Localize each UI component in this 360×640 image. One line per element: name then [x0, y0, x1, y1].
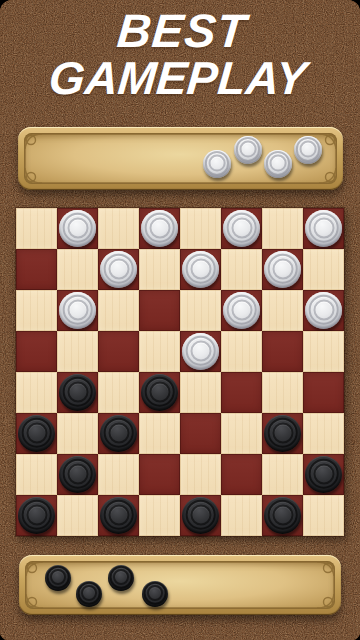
square-r2c4[interactable]	[180, 290, 221, 331]
piece-ring-inner	[50, 569, 66, 585]
black-piece[interactable]	[141, 374, 178, 411]
piece-ring-inner	[313, 463, 334, 484]
piece-ring-inner	[67, 463, 88, 484]
square-r7c4[interactable]	[180, 495, 221, 536]
square-r7c0[interactable]	[16, 495, 57, 536]
square-r5c4[interactable]	[180, 413, 221, 454]
square-r1c1[interactable]	[57, 249, 98, 290]
square-r6c2[interactable]	[98, 454, 139, 495]
square-r6c3[interactable]	[139, 454, 180, 495]
captured-white-piece	[234, 136, 262, 164]
square-r7c6[interactable]	[262, 495, 303, 536]
black-piece[interactable]	[264, 497, 301, 534]
square-r1c2[interactable]	[98, 249, 139, 290]
square-r4c1[interactable]	[57, 372, 98, 413]
piece-ring-inner	[113, 569, 129, 585]
square-r3c7[interactable]	[303, 331, 344, 372]
captured-black-piece	[76, 581, 102, 607]
title-line-2: GAMEPLAY	[0, 55, 360, 102]
game-title: BEST GAMEPLAY	[0, 6, 360, 102]
square-r4c6[interactable]	[262, 372, 303, 413]
white-piece[interactable]	[223, 210, 260, 247]
white-piece[interactable]	[305, 210, 342, 247]
piece-ring-inner	[26, 422, 47, 443]
white-piece[interactable]	[305, 292, 342, 329]
square-r2c6[interactable]	[262, 290, 303, 331]
square-r0c0[interactable]	[16, 208, 57, 249]
white-piece[interactable]	[182, 251, 219, 288]
piece-ring-inner	[108, 504, 129, 525]
white-piece[interactable]	[141, 210, 178, 247]
square-r7c2[interactable]	[98, 495, 139, 536]
square-r1c5[interactable]	[221, 249, 262, 290]
square-r0c4[interactable]	[180, 208, 221, 249]
white-piece[interactable]	[59, 292, 96, 329]
square-r2c7[interactable]	[303, 290, 344, 331]
square-r2c3[interactable]	[139, 290, 180, 331]
white-piece[interactable]	[264, 251, 301, 288]
piece-ring-inner	[108, 258, 129, 279]
square-r5c2[interactable]	[98, 413, 139, 454]
white-piece[interactable]	[223, 292, 260, 329]
piece-ring-inner	[313, 299, 334, 320]
black-piece[interactable]	[59, 456, 96, 493]
square-r5c0[interactable]	[16, 413, 57, 454]
piece-ring-inner	[272, 258, 293, 279]
square-r2c0[interactable]	[16, 290, 57, 331]
piece-ring-inner	[240, 141, 257, 158]
white-piece[interactable]	[100, 251, 137, 288]
piece-ring-inner	[149, 381, 170, 402]
piece-ring-inner	[313, 217, 334, 238]
black-piece[interactable]	[264, 415, 301, 452]
captured-white-piece	[203, 150, 231, 178]
piece-ring-inner	[81, 585, 97, 601]
square-r3c5[interactable]	[221, 331, 262, 372]
white-piece[interactable]	[182, 333, 219, 370]
square-r0c5[interactable]	[221, 208, 262, 249]
captured-white-piece	[264, 150, 292, 178]
piece-ring-inner	[67, 217, 88, 238]
black-piece[interactable]	[305, 456, 342, 493]
square-r1c0[interactable]	[16, 249, 57, 290]
square-r6c1[interactable]	[57, 454, 98, 495]
square-r0c7[interactable]	[303, 208, 344, 249]
square-r0c6[interactable]	[262, 208, 303, 249]
black-piece[interactable]	[100, 497, 137, 534]
square-r4c0[interactable]	[16, 372, 57, 413]
black-piece[interactable]	[100, 415, 137, 452]
square-r7c1[interactable]	[57, 495, 98, 536]
tray-parchment	[25, 561, 335, 609]
piece-ring-inner	[108, 422, 129, 443]
square-r7c3[interactable]	[139, 495, 180, 536]
square-r5c3[interactable]	[139, 413, 180, 454]
square-r4c4[interactable]	[180, 372, 221, 413]
piece-ring-inner	[190, 504, 211, 525]
piece-ring-inner	[270, 155, 287, 172]
black-piece[interactable]	[182, 497, 219, 534]
captured-black-piece	[108, 565, 134, 591]
captured-tray-black	[19, 555, 341, 615]
captured-tray-white	[18, 127, 343, 190]
square-r6c0[interactable]	[16, 454, 57, 495]
square-r3c0[interactable]	[16, 331, 57, 372]
square-r3c4[interactable]	[180, 331, 221, 372]
square-r7c7[interactable]	[303, 495, 344, 536]
captured-white-piece	[294, 136, 322, 164]
black-piece[interactable]	[59, 374, 96, 411]
black-piece[interactable]	[18, 497, 55, 534]
captured-black-piece	[45, 565, 71, 591]
square-r3c6[interactable]	[262, 331, 303, 372]
piece-ring-inner	[147, 585, 163, 601]
square-r4c5[interactable]	[221, 372, 262, 413]
app-screen: BEST GAMEPLAY	[0, 0, 360, 640]
square-r1c4[interactable]	[180, 249, 221, 290]
black-piece[interactable]	[18, 415, 55, 452]
white-piece[interactable]	[59, 210, 96, 247]
square-r4c3[interactable]	[139, 372, 180, 413]
square-r3c3[interactable]	[139, 331, 180, 372]
square-r1c6[interactable]	[262, 249, 303, 290]
square-r0c1[interactable]	[57, 208, 98, 249]
square-r6c7[interactable]	[303, 454, 344, 495]
captured-black-piece	[142, 581, 168, 607]
square-r2c1[interactable]	[57, 290, 98, 331]
piece-ring-inner	[190, 258, 211, 279]
square-r0c2[interactable]	[98, 208, 139, 249]
piece-ring-inner	[272, 504, 293, 525]
checkers-board	[16, 208, 344, 536]
piece-ring-inner	[272, 422, 293, 443]
piece-ring-inner	[26, 504, 47, 525]
square-r6c5[interactable]	[221, 454, 262, 495]
square-r3c1[interactable]	[57, 331, 98, 372]
square-r6c4[interactable]	[180, 454, 221, 495]
piece-ring-inner	[149, 217, 170, 238]
piece-ring-inner	[67, 299, 88, 320]
square-r4c7[interactable]	[303, 372, 344, 413]
square-r5c5[interactable]	[221, 413, 262, 454]
square-r5c1[interactable]	[57, 413, 98, 454]
piece-ring-inner	[190, 340, 211, 361]
piece-ring-inner	[209, 155, 226, 172]
square-r4c2[interactable]	[98, 372, 139, 413]
square-r7c5[interactable]	[221, 495, 262, 536]
title-line-1: BEST	[0, 6, 360, 55]
piece-ring-inner	[300, 141, 317, 158]
square-r2c5[interactable]	[221, 290, 262, 331]
piece-ring-inner	[231, 217, 252, 238]
square-r2c2[interactable]	[98, 290, 139, 331]
square-r1c7[interactable]	[303, 249, 344, 290]
square-r3c2[interactable]	[98, 331, 139, 372]
square-r6c6[interactable]	[262, 454, 303, 495]
piece-ring-inner	[231, 299, 252, 320]
square-r5c7[interactable]	[303, 413, 344, 454]
square-r1c3[interactable]	[139, 249, 180, 290]
piece-ring-inner	[67, 381, 88, 402]
square-r0c3[interactable]	[139, 208, 180, 249]
square-r5c6[interactable]	[262, 413, 303, 454]
